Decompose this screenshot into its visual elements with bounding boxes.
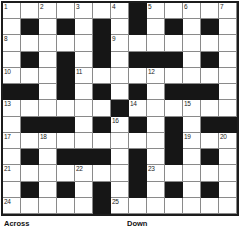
blocked-cell	[93, 19, 111, 35]
blocked-cell	[201, 117, 219, 133]
grid-cell[interactable]: 8	[3, 35, 21, 51]
grid-cell[interactable]: 15	[183, 100, 201, 116]
grid-cell[interactable]	[39, 84, 57, 100]
grid-cell[interactable]	[111, 52, 129, 68]
grid-cell[interactable]	[3, 149, 21, 165]
grid-cell[interactable]: 25	[111, 198, 129, 214]
clue-number: 16	[112, 117, 119, 124]
blocked-cell	[57, 52, 75, 68]
grid-cell[interactable]: 19	[183, 133, 201, 149]
grid-cell[interactable]	[201, 133, 219, 149]
grid-cell[interactable]	[147, 19, 165, 35]
blocked-cell	[201, 19, 219, 35]
clue-number: 20	[220, 133, 227, 140]
grid-cell[interactable]	[147, 100, 165, 116]
blocked-cell	[219, 117, 237, 133]
grid-cell[interactable]	[219, 100, 237, 116]
blocked-cell	[201, 84, 219, 100]
clue-number: 19	[184, 133, 191, 140]
blocked-cell	[21, 117, 39, 133]
grid-cell[interactable]	[129, 133, 147, 149]
blocked-cell	[93, 52, 111, 68]
blocked-cell	[93, 35, 111, 51]
blocked-cell	[201, 52, 219, 68]
blocked-cell	[129, 165, 147, 181]
grid-cell[interactable]	[147, 149, 165, 165]
grid-cell[interactable]	[93, 133, 111, 149]
grid-cell[interactable]: 3	[75, 3, 93, 19]
clue-number: 5	[148, 3, 151, 10]
grid-cell[interactable]	[75, 52, 93, 68]
blocked-cell	[147, 52, 165, 68]
grid-cell[interactable]	[183, 19, 201, 35]
clue-number: 13	[4, 100, 11, 107]
blocked-cell	[21, 52, 39, 68]
grid-cell[interactable]	[129, 68, 147, 84]
blocked-cell	[165, 19, 183, 35]
clue-number: 10	[4, 68, 11, 75]
grid-cell[interactable]	[21, 68, 39, 84]
grid-cell[interactable]	[147, 182, 165, 198]
blocked-cell	[75, 149, 93, 165]
blocked-cell	[165, 84, 183, 100]
grid-cell[interactable]	[219, 84, 237, 100]
grid-cell[interactable]	[201, 165, 219, 181]
grid-cell[interactable]	[183, 35, 201, 51]
grid-cell[interactable]	[165, 198, 183, 214]
blocked-cell	[93, 117, 111, 133]
grid-cell[interactable]: 10	[3, 68, 21, 84]
grid-cell[interactable]	[147, 133, 165, 149]
blocked-cell	[93, 84, 111, 100]
grid-cell[interactable]	[129, 198, 147, 214]
grid-cell[interactable]	[219, 149, 237, 165]
clue-number: 6	[184, 3, 187, 10]
grid-cell[interactable]	[57, 198, 75, 214]
grid-cell[interactable]	[93, 3, 111, 19]
clue-number: 12	[148, 68, 155, 75]
grid-cell[interactable]	[57, 133, 75, 149]
blocked-cell	[57, 19, 75, 35]
grid-cell[interactable]: 18	[39, 133, 57, 149]
grid-cell[interactable]	[219, 68, 237, 84]
blocked-cell	[165, 52, 183, 68]
blocked-cell	[3, 84, 21, 100]
grid-cell[interactable]: 14	[129, 100, 147, 116]
grid-cell[interactable]	[57, 100, 75, 116]
grid-cell[interactable]	[39, 149, 57, 165]
clue-number: 24	[4, 198, 11, 205]
clue-number: 1	[4, 3, 7, 10]
clue-number: 7	[220, 3, 223, 10]
blocked-cell	[129, 52, 147, 68]
clue-number: 15	[184, 100, 191, 107]
crossword-grid: 1234567891011121314151617181920212223242…	[1, 1, 239, 216]
grid-cell[interactable]	[39, 35, 57, 51]
grid-cell[interactable]: 13	[3, 100, 21, 116]
grid-cell[interactable]: 22	[75, 165, 93, 181]
grid-cell[interactable]: 2	[39, 3, 57, 19]
grid-cell[interactable]	[111, 19, 129, 35]
blocked-cell	[129, 3, 147, 19]
blocked-cell	[201, 182, 219, 198]
blocked-cell	[165, 133, 183, 149]
grid-cell[interactable]: 4	[111, 3, 129, 19]
clue-number: 25	[112, 198, 119, 205]
grid-cell[interactable]	[39, 165, 57, 181]
clue-number: 23	[148, 165, 155, 172]
across-label: Across	[4, 219, 29, 227]
grid-cell[interactable]	[3, 117, 21, 133]
grid-cell[interactable]	[183, 149, 201, 165]
grid-cell[interactable]: 21	[3, 165, 21, 181]
blocked-cell	[129, 182, 147, 198]
grid-cell[interactable]	[201, 68, 219, 84]
grid-cell[interactable]	[111, 149, 129, 165]
grid-cell[interactable]	[111, 68, 129, 84]
blocked-cell	[21, 19, 39, 35]
blocked-cell	[57, 84, 75, 100]
grid-cell[interactable]	[39, 68, 57, 84]
clue-number: 14	[130, 100, 137, 107]
grid-cell[interactable]	[147, 117, 165, 133]
blocked-cell	[201, 149, 219, 165]
blocked-cell	[57, 149, 75, 165]
blocked-cell	[129, 84, 147, 100]
grid-cell[interactable]	[147, 84, 165, 100]
grid-cell[interactable]	[75, 182, 93, 198]
grid-cell[interactable]	[183, 117, 201, 133]
grid-cell[interactable]	[3, 52, 21, 68]
grid-cell[interactable]	[219, 198, 237, 214]
grid-cell[interactable]	[201, 35, 219, 51]
grid-cell[interactable]	[183, 52, 201, 68]
grid-cell[interactable]	[3, 182, 21, 198]
grid-cell[interactable]	[183, 68, 201, 84]
grid-cell[interactable]	[219, 35, 237, 51]
grid-cell[interactable]	[57, 35, 75, 51]
grid-cell[interactable]	[111, 133, 129, 149]
grid-cell[interactable]: 6	[183, 3, 201, 19]
blocked-cell	[57, 182, 75, 198]
grid-cell[interactable]	[75, 84, 93, 100]
grid-cell[interactable]	[39, 100, 57, 116]
grid-cell[interactable]	[75, 100, 93, 116]
blocked-cell	[57, 117, 75, 133]
grid-cell[interactable]: 11	[75, 68, 93, 84]
grid-cell[interactable]	[201, 3, 219, 19]
grid-cell[interactable]	[219, 182, 237, 198]
grid-cell[interactable]	[111, 84, 129, 100]
grid-cell[interactable]	[57, 165, 75, 181]
blocked-cell	[183, 84, 201, 100]
grid-cell[interactable]	[39, 52, 57, 68]
blocked-cell	[165, 149, 183, 165]
grid-cell[interactable]	[93, 165, 111, 181]
grid-cell[interactable]	[201, 198, 219, 214]
grid-cell[interactable]	[111, 165, 129, 181]
grid-cell[interactable]	[21, 3, 39, 19]
grid-cell[interactable]	[111, 182, 129, 198]
clue-number: 17	[4, 133, 11, 140]
clue-number: 21	[4, 165, 11, 172]
clue-number: 18	[40, 133, 47, 140]
grid-cell[interactable]	[183, 198, 201, 214]
grid-cell[interactable]: 20	[219, 133, 237, 149]
grid-cell[interactable]	[75, 35, 93, 51]
grid-cell[interactable]	[165, 100, 183, 116]
blocked-cell	[129, 19, 147, 35]
blocked-cell	[93, 149, 111, 165]
grid-cell[interactable]: 16	[111, 117, 129, 133]
blocked-cell	[129, 117, 147, 133]
down-label: Down	[127, 219, 147, 227]
grid-cell[interactable]: 5	[147, 3, 165, 19]
grid-cell[interactable]: 12	[147, 68, 165, 84]
blocked-cell	[111, 100, 129, 116]
grid-cell[interactable]	[219, 52, 237, 68]
grid-cell[interactable]	[183, 182, 201, 198]
grid-cell[interactable]	[93, 68, 111, 84]
clue-number: 2	[40, 3, 43, 10]
grid-cell[interactable]: 7	[219, 3, 237, 19]
grid-cell[interactable]	[93, 100, 111, 116]
clue-number: 8	[4, 35, 7, 42]
grid-cell[interactable]	[165, 165, 183, 181]
grid-cell[interactable]	[75, 198, 93, 214]
grid-cell[interactable]: 9	[111, 35, 129, 51]
grid-cell[interactable]	[21, 198, 39, 214]
blocked-cell	[21, 149, 39, 165]
grid-cell[interactable]: 1	[3, 3, 21, 19]
blocked-cell	[21, 182, 39, 198]
grid-cell[interactable]	[21, 100, 39, 116]
clue-number: 11	[76, 68, 82, 75]
grid-cell[interactable]	[183, 165, 201, 181]
grid-cell[interactable]	[201, 100, 219, 116]
grid-cell[interactable]	[21, 35, 39, 51]
grid-cell[interactable]: 23	[147, 165, 165, 181]
clue-number: 4	[112, 3, 115, 10]
clue-number: 9	[112, 35, 115, 42]
grid-cell[interactable]	[219, 19, 237, 35]
grid-cell[interactable]: 17	[3, 133, 21, 149]
blocked-cell	[165, 117, 183, 133]
grid-cell[interactable]	[147, 198, 165, 214]
blocked-cell	[129, 149, 147, 165]
blocked-cell	[93, 198, 111, 214]
grid-cell[interactable]	[129, 35, 147, 51]
blocked-cell	[57, 68, 75, 84]
clue-number: 3	[76, 3, 79, 10]
grid-cell[interactable]	[39, 198, 57, 214]
blocked-cell	[21, 84, 39, 100]
grid-cell[interactable]	[75, 117, 93, 133]
blocked-cell	[39, 117, 57, 133]
grid-cell[interactable]	[165, 3, 183, 19]
blocked-cell	[165, 182, 183, 198]
grid-cell[interactable]	[75, 19, 93, 35]
grid-cell[interactable]	[219, 165, 237, 181]
grid-cell[interactable]: 24	[3, 198, 21, 214]
grid-cell[interactable]	[147, 35, 165, 51]
grid-cell[interactable]	[39, 182, 57, 198]
grid-cell[interactable]	[39, 19, 57, 35]
grid-cell[interactable]	[21, 165, 39, 181]
grid-cell[interactable]	[165, 68, 183, 84]
grid-cell[interactable]	[165, 35, 183, 51]
grid-cell[interactable]	[21, 133, 39, 149]
grid-cell[interactable]	[3, 19, 21, 35]
blocked-cell	[93, 182, 111, 198]
clue-number: 22	[76, 165, 83, 172]
grid-cell[interactable]	[75, 133, 93, 149]
grid-cell[interactable]	[57, 3, 75, 19]
